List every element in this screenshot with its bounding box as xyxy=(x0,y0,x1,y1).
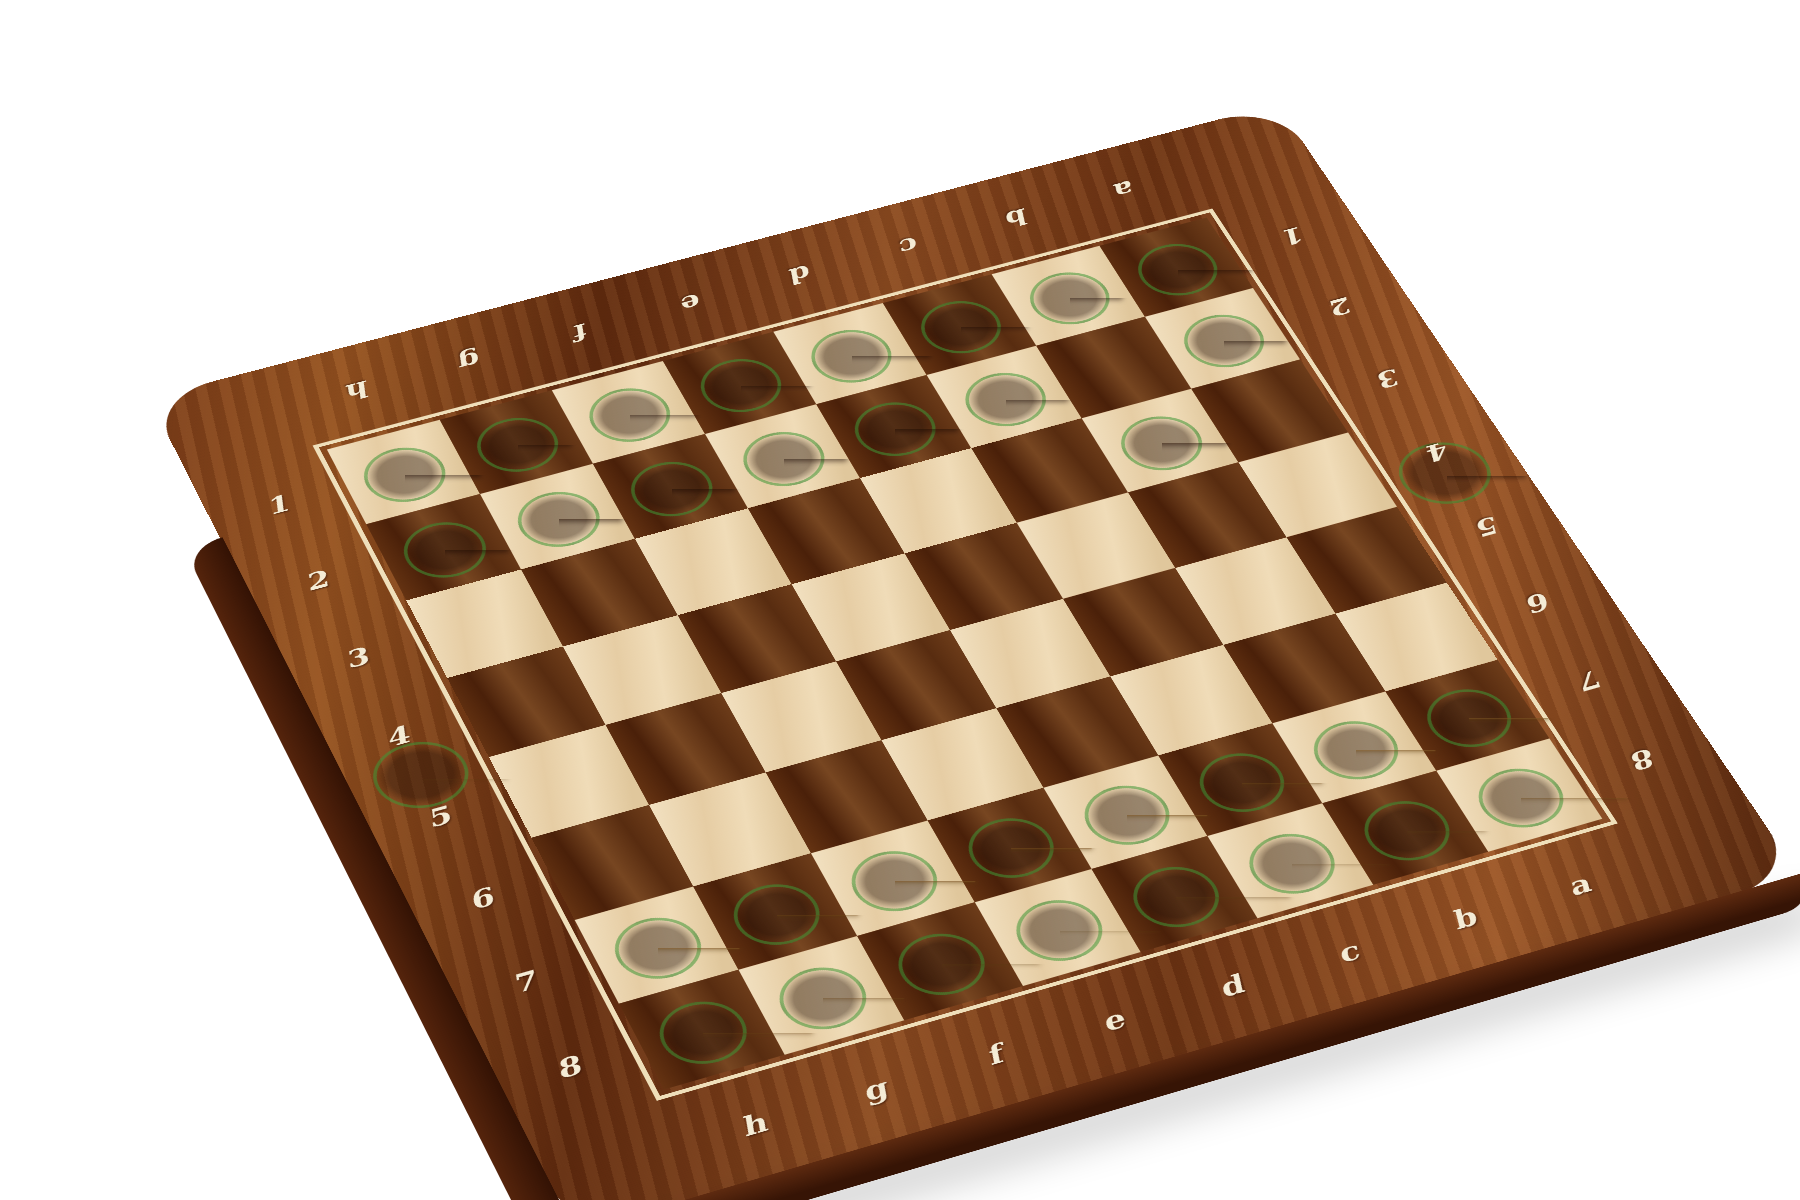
piece-glyph: ♜ xyxy=(531,706,875,1090)
file-label-bottom-f: f xyxy=(964,1034,1023,1077)
rank-label-left-8: 8 xyxy=(538,1046,596,1089)
file-label-bottom-h: h xyxy=(723,1103,782,1146)
chess-board: ♜♞♝♛♚♝♞♜♟♟♟♟♟♟♟♟♟♟♟♟♟♟♟♟♜♞♝♛♚♝♞♜ ♛♛11223… xyxy=(149,104,1800,1200)
photo-stage: ♜♞♝♛♚♝♞♜♟♟♟♟♟♟♟♟♟♟♟♟♟♟♟♟♜♞♝♛♚♝♞♜ ♛♛11223… xyxy=(0,0,1800,1200)
file-label-bottom-g: g xyxy=(844,1069,903,1112)
file-label-bottom-e: e xyxy=(1083,1000,1142,1042)
file-label-bottom-b: b xyxy=(1433,898,1492,939)
rank-label-left-6: 6 xyxy=(452,879,509,920)
square-h8[interactable]: ♜ xyxy=(619,970,785,1090)
file-label-bottom-d: d xyxy=(1200,966,1259,1008)
file-label-bottom-a: a xyxy=(1548,865,1607,906)
rank-label-left-5: 5 xyxy=(410,797,466,837)
file-label-bottom-c: c xyxy=(1317,932,1376,973)
